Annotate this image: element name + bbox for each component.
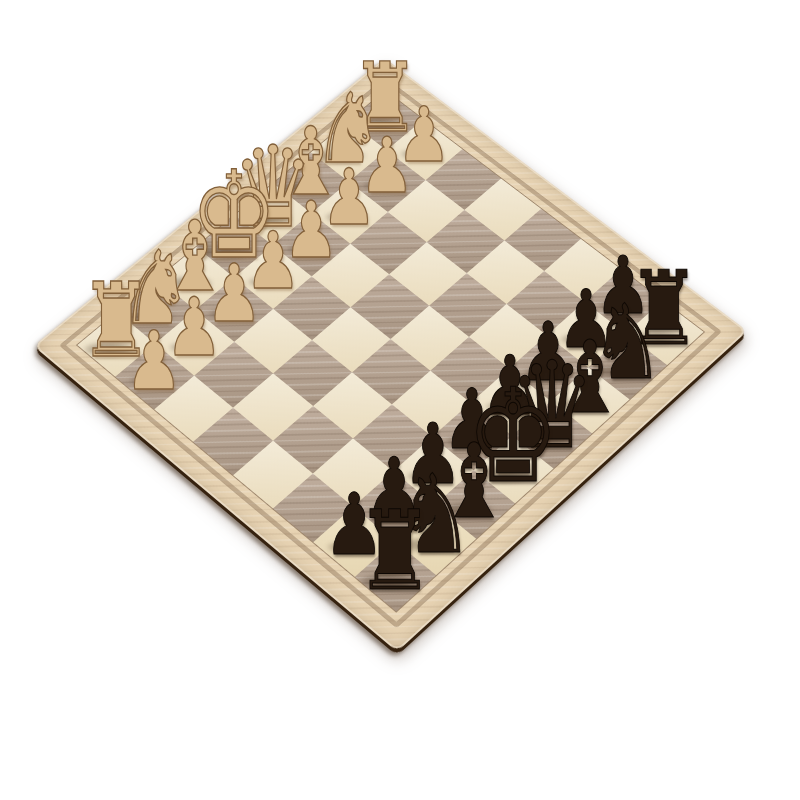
scene: ♜♞♝♛♚♝♞♜♟♟♟♟♟♟♟♟♟♟♟♟♟♟♟♟♜♞♝♛♚♝♞♜ xyxy=(0,0,800,800)
pieces-layer: ♜♞♝♛♚♝♞♜♟♟♟♟♟♟♟♟♟♟♟♟♟♟♟♟♜♞♝♛♚♝♞♜ xyxy=(0,0,800,800)
piece-black-rook-h8[interactable]: ♜ xyxy=(356,496,435,606)
piece-white-pawn-h2[interactable]: ♟ xyxy=(125,320,183,401)
